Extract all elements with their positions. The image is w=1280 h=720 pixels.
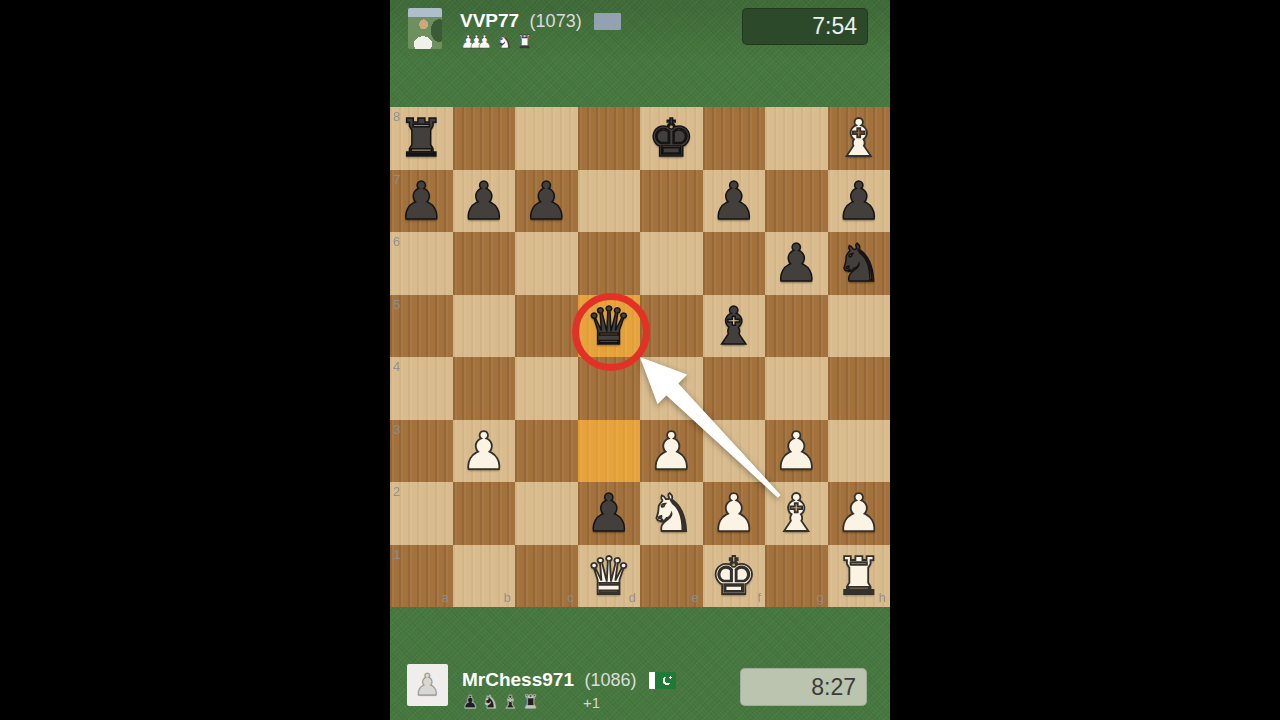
- square-f4[interactable]: [703, 357, 766, 420]
- piece-black-pawn[interactable]: ♟: [515, 170, 578, 233]
- top-player-captured-tray: ♟♟♟♞♜: [460, 32, 533, 52]
- square-d7[interactable]: [578, 170, 641, 233]
- square-c7[interactable]: ♟: [515, 170, 578, 233]
- piece-black-knight[interactable]: ♞: [828, 232, 891, 295]
- piece-white-pawn[interactable]: ♟: [765, 420, 828, 483]
- square-d8[interactable]: [578, 107, 641, 170]
- square-b8[interactable]: [453, 107, 516, 170]
- piece-white-pawn[interactable]: ♟: [453, 420, 516, 483]
- piece-white-knight[interactable]: ♞: [640, 482, 703, 545]
- square-b6[interactable]: [453, 232, 516, 295]
- pakistan-flag-icon: [649, 672, 676, 689]
- square-h3[interactable]: [828, 420, 891, 483]
- file-label: g: [816, 590, 823, 605]
- square-b4[interactable]: [453, 357, 516, 420]
- piece-black-pawn[interactable]: ♟: [390, 170, 453, 233]
- piece-black-queen[interactable]: ♛: [578, 295, 641, 358]
- square-e4[interactable]: [640, 357, 703, 420]
- piece-black-bishop[interactable]: ♝: [703, 295, 766, 358]
- piece-white-king[interactable]: ♚: [703, 545, 766, 608]
- piece-white-rook[interactable]: ♜: [828, 545, 891, 608]
- square-c3[interactable]: [515, 420, 578, 483]
- square-g4[interactable]: [765, 357, 828, 420]
- piece-white-bishop[interactable]: ♝: [765, 482, 828, 545]
- top-player-info: VVP77 (1073): [460, 9, 621, 33]
- square-e8[interactable]: ♚: [640, 107, 703, 170]
- square-f1[interactable]: f♚: [703, 545, 766, 608]
- piece-black-pawn[interactable]: ♟: [765, 232, 828, 295]
- square-g5[interactable]: [765, 295, 828, 358]
- square-g1[interactable]: g: [765, 545, 828, 608]
- chess-app-screen: VVP77 (1073) ♟♟♟♞♜ 7:54 8♜♚♝7♟♟♟♟♟6♟♞5♛♝…: [390, 0, 890, 720]
- bottom-player-captured-tray: ♟♞♝♜: [462, 692, 539, 712]
- rank-label: 1: [393, 547, 400, 562]
- square-g8[interactable]: [765, 107, 828, 170]
- square-e7[interactable]: [640, 170, 703, 233]
- piece-white-pawn[interactable]: ♟: [640, 420, 703, 483]
- square-f7[interactable]: ♟: [703, 170, 766, 233]
- square-e2[interactable]: ♞: [640, 482, 703, 545]
- bottom-player-name: MrChess971: [462, 669, 574, 690]
- square-f5[interactable]: ♝: [703, 295, 766, 358]
- piece-black-pawn[interactable]: ♟: [578, 482, 641, 545]
- piece-black-rook[interactable]: ♜: [390, 107, 453, 170]
- square-c1[interactable]: c: [515, 545, 578, 608]
- square-b2[interactable]: [453, 482, 516, 545]
- square-f3[interactable]: [703, 420, 766, 483]
- rank-label: 3: [393, 422, 400, 437]
- piece-black-pawn[interactable]: ♟: [703, 170, 766, 233]
- top-player-rating: (1073): [530, 11, 582, 31]
- square-h4[interactable]: [828, 357, 891, 420]
- piece-white-queen[interactable]: ♛: [578, 545, 641, 608]
- square-d4[interactable]: [578, 357, 641, 420]
- square-f6[interactable]: [703, 232, 766, 295]
- piece-white-bishop[interactable]: ♝: [828, 107, 891, 170]
- bottom-player-rating: (1086): [584, 670, 636, 690]
- rank-label: 6: [393, 234, 400, 249]
- square-a2[interactable]: 2: [390, 482, 453, 545]
- file-label: a: [441, 590, 448, 605]
- bottom-player-info: MrChess971 (1086): [462, 668, 676, 692]
- square-a7[interactable]: 7♟: [390, 170, 453, 233]
- square-f2[interactable]: ♟: [703, 482, 766, 545]
- square-h8[interactable]: ♝: [828, 107, 891, 170]
- captured-rook-icon: ♜: [517, 32, 533, 52]
- square-e5[interactable]: [640, 295, 703, 358]
- file-label: e: [691, 590, 698, 605]
- piece-black-pawn[interactable]: ♟: [453, 170, 516, 233]
- square-a1[interactable]: 1a: [390, 545, 453, 608]
- square-e3[interactable]: ♟: [640, 420, 703, 483]
- square-a8[interactable]: 8♜: [390, 107, 453, 170]
- square-c8[interactable]: [515, 107, 578, 170]
- square-c4[interactable]: [515, 357, 578, 420]
- captured-pawn-icon: ♟: [462, 692, 478, 712]
- captured-knight-icon: ♞: [482, 692, 498, 712]
- square-c5[interactable]: [515, 295, 578, 358]
- square-h2[interactable]: ♟: [828, 482, 891, 545]
- captured-bishop-icon: ♝: [502, 692, 518, 712]
- board: 8♜♚♝7♟♟♟♟♟6♟♞5♛♝43♟♟♟2♟♞♟♝♟1abcd♛ef♚gh♜: [390, 107, 890, 607]
- square-d3[interactable]: [578, 420, 641, 483]
- square-h6[interactable]: ♞: [828, 232, 891, 295]
- rank-label: 5: [393, 297, 400, 312]
- bottom-player-avatar[interactable]: ♟: [407, 664, 448, 706]
- square-c2[interactable]: [515, 482, 578, 545]
- top-player-name: VVP77: [460, 10, 519, 31]
- material-advantage: +1: [583, 694, 600, 711]
- piece-white-pawn[interactable]: ♟: [828, 482, 891, 545]
- file-label: b: [504, 590, 511, 605]
- square-e6[interactable]: [640, 232, 703, 295]
- bottom-player-clock: 8:27: [740, 668, 867, 706]
- square-g2[interactable]: ♝: [765, 482, 828, 545]
- square-a5[interactable]: 5: [390, 295, 453, 358]
- file-label: c: [567, 590, 574, 605]
- square-h1[interactable]: h♜: [828, 545, 891, 608]
- square-b7[interactable]: ♟: [453, 170, 516, 233]
- piece-white-pawn[interactable]: ♟: [703, 482, 766, 545]
- square-b3[interactable]: ♟: [453, 420, 516, 483]
- piece-black-pawn[interactable]: ♟: [828, 170, 891, 233]
- square-d1[interactable]: d♛: [578, 545, 641, 608]
- pawn-avatar-icon: ♟: [414, 670, 441, 700]
- captured-knight-icon: ♞: [496, 32, 512, 52]
- square-b1[interactable]: b: [453, 545, 516, 608]
- top-player-clock: 7:54: [742, 8, 868, 45]
- square-a4[interactable]: 4: [390, 357, 453, 420]
- square-g3[interactable]: ♟: [765, 420, 828, 483]
- square-b5[interactable]: [453, 295, 516, 358]
- square-c6[interactable]: [515, 232, 578, 295]
- square-a3[interactable]: 3: [390, 420, 453, 483]
- square-e1[interactable]: e: [640, 545, 703, 608]
- top-player-flag-icon: [594, 13, 621, 30]
- captured-pawn-icon: ♟: [476, 32, 492, 52]
- square-g6[interactable]: ♟: [765, 232, 828, 295]
- square-d6[interactable]: [578, 232, 641, 295]
- square-a6[interactable]: 6: [390, 232, 453, 295]
- square-f8[interactable]: [703, 107, 766, 170]
- rank-label: 2: [393, 484, 400, 499]
- square-d2[interactable]: ♟: [578, 482, 641, 545]
- square-d5[interactable]: ♛: [578, 295, 641, 358]
- square-h5[interactable]: [828, 295, 891, 358]
- top-player-avatar[interactable]: [408, 8, 442, 49]
- rank-label: 4: [393, 359, 400, 374]
- video-frame: VVP77 (1073) ♟♟♟♞♜ 7:54 8♜♚♝7♟♟♟♟♟6♟♞5♛♝…: [0, 0, 1280, 720]
- captured-rook-icon: ♜: [522, 692, 538, 712]
- square-h7[interactable]: ♟: [828, 170, 891, 233]
- piece-black-king[interactable]: ♚: [640, 107, 703, 170]
- square-g7[interactable]: [765, 170, 828, 233]
